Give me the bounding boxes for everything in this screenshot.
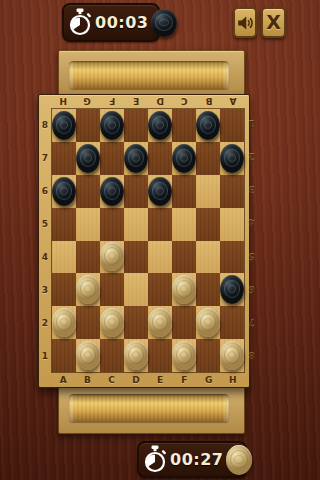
bottom-piece-tray bbox=[58, 385, 245, 434]
square-g8[interactable]: ⛂ bbox=[196, 109, 220, 142]
square-b2 bbox=[76, 306, 100, 339]
square-d7[interactable]: ⛂ bbox=[124, 142, 148, 175]
square-b5[interactable] bbox=[76, 208, 100, 241]
bottom-tray-roller bbox=[69, 394, 229, 422]
square-c4[interactable]: ⛀ bbox=[100, 241, 124, 274]
rank-label-right-1: 1 bbox=[245, 108, 258, 141]
file-label-top-b: B bbox=[197, 95, 221, 108]
close-button[interactable]: X bbox=[261, 7, 286, 38]
square-f3[interactable]: ⛀ bbox=[172, 273, 196, 306]
square-b6 bbox=[76, 175, 100, 208]
rank-label-right-7: 7 bbox=[245, 307, 258, 340]
file-label-top-e: E bbox=[124, 95, 148, 108]
square-f4 bbox=[172, 241, 196, 274]
square-b8 bbox=[76, 109, 100, 142]
light-piece-g2[interactable]: ⛀ bbox=[196, 308, 220, 337]
dark-piece-c6[interactable]: ⛂ bbox=[100, 177, 124, 206]
square-e4[interactable] bbox=[148, 241, 172, 274]
square-b1[interactable]: ⛀ bbox=[76, 339, 100, 372]
dark-player-timer: 00:03 bbox=[62, 3, 160, 42]
square-a3 bbox=[52, 273, 76, 306]
rank-label-left-8: 8 bbox=[39, 108, 51, 141]
file-label-bottom-f: F bbox=[172, 373, 196, 387]
square-a1 bbox=[52, 339, 76, 372]
board-frame: HGFEDCBA 87654321 ⛂⛂⛂⛂⛂⛂⛂⛂⛂⛂⛂⛀⛀⛀⛂⛀⛀⛀⛀⛀⛀⛀… bbox=[38, 94, 250, 388]
square-b7[interactable]: ⛂ bbox=[76, 142, 100, 175]
rank-label-right-6: 6 bbox=[245, 274, 258, 307]
square-g5 bbox=[196, 208, 220, 241]
rank-label-left-7: 7 bbox=[39, 141, 51, 174]
file-labels-top: HGFEDCBA bbox=[51, 95, 245, 108]
board-grid: ⛂⛂⛂⛂⛂⛂⛂⛂⛂⛂⛂⛀⛀⛀⛂⛀⛀⛀⛀⛀⛀⛀⛀ bbox=[51, 108, 245, 373]
dark-player-piece-indicator bbox=[151, 9, 177, 37]
light-player-timer: 00:27 bbox=[137, 441, 247, 478]
rank-labels-left: 87654321 bbox=[39, 108, 51, 373]
rank-label-right-5: 5 bbox=[245, 241, 258, 274]
square-d5[interactable] bbox=[124, 208, 148, 241]
square-h4 bbox=[220, 241, 244, 274]
file-label-top-d: D bbox=[148, 95, 172, 108]
file-label-bottom-b: B bbox=[75, 373, 99, 387]
file-label-bottom-e: E bbox=[148, 373, 172, 387]
square-h8 bbox=[220, 109, 244, 142]
square-f8 bbox=[172, 109, 196, 142]
square-f1[interactable]: ⛀ bbox=[172, 339, 196, 372]
file-label-bottom-c: C bbox=[100, 373, 124, 387]
light-timer-value: 00:27 bbox=[170, 450, 223, 469]
square-c5 bbox=[100, 208, 124, 241]
dark-timer-value: 00:03 bbox=[95, 13, 148, 32]
file-label-bottom-h: H bbox=[221, 373, 245, 387]
square-c2[interactable]: ⛀ bbox=[100, 306, 124, 339]
square-e7 bbox=[148, 142, 172, 175]
light-player-piece-indicator bbox=[226, 445, 252, 475]
file-label-top-a: A bbox=[221, 95, 245, 108]
square-b4 bbox=[76, 241, 100, 274]
square-h5[interactable] bbox=[220, 208, 244, 241]
square-f2 bbox=[172, 306, 196, 339]
square-c6[interactable]: ⛂ bbox=[100, 175, 124, 208]
dark-piece-h7[interactable]: ⛂ bbox=[220, 144, 244, 173]
square-h7[interactable]: ⛂ bbox=[220, 142, 244, 175]
rank-label-right-8: 8 bbox=[245, 340, 258, 373]
dark-piece-e8[interactable]: ⛂ bbox=[148, 111, 172, 140]
square-f7[interactable]: ⛂ bbox=[172, 142, 196, 175]
square-g4[interactable] bbox=[196, 241, 220, 274]
light-piece-f1[interactable]: ⛀ bbox=[172, 341, 196, 370]
square-f6 bbox=[172, 175, 196, 208]
square-e8[interactable]: ⛂ bbox=[148, 109, 172, 142]
x-icon: X bbox=[266, 13, 281, 32]
square-a4[interactable] bbox=[52, 241, 76, 274]
rank-label-left-6: 6 bbox=[39, 174, 51, 207]
square-a2[interactable]: ⛀ bbox=[52, 306, 76, 339]
dark-piece-h3[interactable]: ⛂ bbox=[220, 275, 244, 304]
square-g3 bbox=[196, 273, 220, 306]
light-piece-a2[interactable]: ⛀ bbox=[52, 308, 76, 337]
dark-piece-a8[interactable]: ⛂ bbox=[52, 111, 76, 140]
square-c1 bbox=[100, 339, 124, 372]
square-c7 bbox=[100, 142, 124, 175]
dark-piece-f7[interactable]: ⛂ bbox=[172, 144, 196, 173]
light-piece-h1[interactable]: ⛀ bbox=[220, 341, 244, 370]
light-piece-f3[interactable]: ⛀ bbox=[172, 275, 196, 304]
file-label-top-c: C bbox=[172, 95, 196, 108]
square-g7 bbox=[196, 142, 220, 175]
dark-piece-d7[interactable]: ⛂ bbox=[124, 144, 148, 173]
checkers-app: { "game": "checkers", "board_size": "8x8… bbox=[0, 0, 288, 480]
square-d6 bbox=[124, 175, 148, 208]
square-e2[interactable]: ⛀ bbox=[148, 306, 172, 339]
square-a6[interactable]: ⛂ bbox=[52, 175, 76, 208]
square-e3 bbox=[148, 273, 172, 306]
square-h3[interactable]: ⛂ bbox=[220, 273, 244, 306]
square-g6[interactable] bbox=[196, 175, 220, 208]
rank-label-left-1: 1 bbox=[39, 340, 51, 373]
dark-piece-b7[interactable]: ⛂ bbox=[76, 144, 100, 173]
top-piece-tray bbox=[58, 50, 245, 98]
rank-label-left-4: 4 bbox=[39, 241, 51, 274]
square-g2[interactable]: ⛀ bbox=[196, 306, 220, 339]
file-labels-bottom: ABCDEFGH bbox=[51, 373, 245, 387]
sound-button[interactable] bbox=[233, 7, 257, 38]
square-d4 bbox=[124, 241, 148, 274]
dark-piece-e6[interactable]: ⛂ bbox=[148, 177, 172, 206]
square-a8[interactable]: ⛂ bbox=[52, 109, 76, 142]
dark-piece-c8[interactable]: ⛂ bbox=[100, 111, 124, 140]
file-label-top-f: F bbox=[100, 95, 124, 108]
light-piece-c2[interactable]: ⛀ bbox=[100, 308, 124, 337]
file-label-top-h: H bbox=[51, 95, 75, 108]
rank-label-left-5: 5 bbox=[39, 207, 51, 240]
square-e1 bbox=[148, 339, 172, 372]
square-g1 bbox=[196, 339, 220, 372]
file-label-bottom-g: G bbox=[197, 373, 221, 387]
rank-label-right-2: 2 bbox=[245, 141, 258, 174]
square-b3[interactable]: ⛀ bbox=[76, 273, 100, 306]
square-h2 bbox=[220, 306, 244, 339]
square-a7 bbox=[52, 142, 76, 175]
file-label-bottom-d: D bbox=[124, 373, 148, 387]
square-a5 bbox=[52, 208, 76, 241]
square-h1[interactable]: ⛀ bbox=[220, 339, 244, 372]
light-piece-d1[interactable]: ⛀ bbox=[124, 341, 148, 370]
square-d3[interactable] bbox=[124, 273, 148, 306]
square-d8 bbox=[124, 109, 148, 142]
file-label-top-g: G bbox=[75, 95, 99, 108]
square-d1[interactable]: ⛀ bbox=[124, 339, 148, 372]
square-h6 bbox=[220, 175, 244, 208]
rank-label-left-3: 3 bbox=[39, 274, 51, 307]
dark-piece-g8[interactable]: ⛂ bbox=[196, 111, 220, 140]
light-piece-e2[interactable]: ⛀ bbox=[148, 308, 172, 337]
square-d2 bbox=[124, 306, 148, 339]
square-f5[interactable] bbox=[172, 208, 196, 241]
stopwatch-icon bbox=[68, 8, 92, 37]
file-label-bottom-a: A bbox=[51, 373, 75, 387]
light-piece-c4[interactable]: ⛀ bbox=[100, 242, 124, 271]
speaker-icon bbox=[237, 15, 254, 31]
square-e5 bbox=[148, 208, 172, 241]
rank-label-left-2: 2 bbox=[39, 307, 51, 340]
rank-label-right-3: 3 bbox=[245, 174, 258, 207]
rank-label-right-4: 4 bbox=[245, 207, 258, 240]
dark-piece-a6[interactable]: ⛂ bbox=[52, 177, 76, 206]
square-c8[interactable]: ⛂ bbox=[100, 109, 124, 142]
light-piece-b3[interactable]: ⛀ bbox=[76, 275, 100, 304]
rank-labels-right: 12345678 bbox=[245, 108, 258, 373]
stopwatch-icon bbox=[143, 445, 167, 474]
square-e6[interactable]: ⛂ bbox=[148, 175, 172, 208]
square-c3 bbox=[100, 273, 124, 306]
light-piece-b1[interactable]: ⛀ bbox=[76, 341, 100, 370]
top-tray-roller bbox=[69, 61, 229, 89]
